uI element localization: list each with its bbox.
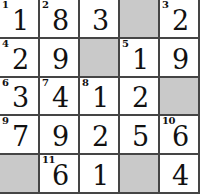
digit-r2c3: 2 [120,78,158,115]
digit-r3c1: 9 [40,116,78,153]
cell-r3c4[interactable]: 106 [160,116,200,155]
cell-r3c2[interactable]: 2 [80,116,120,155]
digit-r0c0: 1 [0,0,38,37]
digit-r4c2: 1 [80,155,118,192]
digit-r1c3: 1 [120,39,158,76]
digit-r2c0: 3 [0,78,38,115]
cell-r2c3[interactable]: 2 [120,78,160,117]
blocked-cell-r4c0 [0,155,40,194]
cell-r0c0[interactable]: 11 [0,0,40,39]
cell-r3c1[interactable]: 9 [40,116,80,155]
cell-r2c1[interactable]: 74 [40,78,80,117]
cell-r3c0[interactable]: 97 [0,116,40,155]
cell-r4c1[interactable]: 116 [40,155,80,194]
digit-r4c4: 4 [160,155,198,192]
cell-r1c4[interactable]: 9 [160,39,200,78]
digit-r3c4: 6 [160,116,198,153]
digit-r0c1: 8 [40,0,78,37]
digit-r2c1: 4 [40,78,78,115]
cell-r2c2[interactable]: 81 [80,78,120,117]
number-crossword-board: 112833242951963748129792510611614 [0,0,200,194]
cell-r3c3[interactable]: 5 [120,116,160,155]
digit-r2c2: 1 [80,78,118,115]
digit-r0c4: 2 [160,0,198,37]
digit-r0c2: 3 [80,0,118,37]
cell-r1c3[interactable]: 51 [120,39,160,78]
cell-r2c0[interactable]: 63 [0,78,40,117]
blocked-cell-r0c3 [120,0,160,39]
blocked-cell-r4c3 [120,155,160,194]
digit-r4c1: 6 [40,155,78,192]
cell-r0c4[interactable]: 32 [160,0,200,39]
digit-r1c0: 2 [0,39,38,76]
cell-r1c1[interactable]: 9 [40,39,80,78]
digit-r1c4: 9 [160,39,198,76]
cell-r1c0[interactable]: 42 [0,39,40,78]
cell-r0c1[interactable]: 28 [40,0,80,39]
digit-r3c3: 5 [120,116,158,153]
digit-r1c1: 9 [40,39,78,76]
blocked-cell-r1c2 [80,39,120,78]
blocked-cell-r2c4 [160,78,200,117]
cell-r4c2[interactable]: 1 [80,155,120,194]
cell-r4c4[interactable]: 4 [160,155,200,194]
cell-r0c2[interactable]: 3 [80,0,120,39]
digit-r3c2: 2 [80,116,118,153]
digit-r3c0: 7 [0,116,38,153]
